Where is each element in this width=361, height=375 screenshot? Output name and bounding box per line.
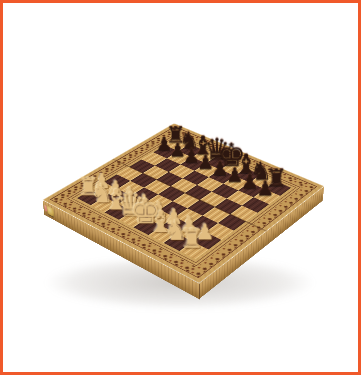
piece-glyph: ♟: [157, 140, 199, 159]
board-square: [181, 157, 206, 171]
piece-glyph: ♟: [143, 134, 184, 153]
board-square: [220, 162, 246, 176]
board-square: [197, 177, 223, 192]
board-square: [169, 164, 195, 178]
board-square: [209, 170, 235, 184]
board-square: [155, 158, 181, 172]
piece-glyph: ♜: [167, 226, 215, 252]
photo-frame: ♜♞♝♛♚♝♞♜♟♟♟♟♟♟♟♟♟♟♟♟♟♟♟♟♜♞♝♛♚♝♞♜: [0, 0, 361, 375]
piece-glyph: ♟: [243, 178, 287, 198]
piece-glyph: ♟: [170, 146, 212, 165]
board-square: [192, 150, 217, 163]
piece-glyph: ♚: [210, 139, 252, 171]
board-square: [129, 160, 155, 174]
board-square: [153, 145, 178, 158]
piece-glyph: ♝: [182, 132, 223, 157]
board-square: [143, 166, 169, 180]
board-square: [167, 151, 192, 164]
board-square: [142, 152, 167, 165]
board-square: [195, 163, 221, 177]
board-square: [171, 178, 197, 193]
piece-glyph: ♝: [224, 150, 267, 176]
piece-glyph: ♜: [155, 124, 196, 146]
board-square: [183, 171, 209, 185]
chess-set: ♜♞♝♛♚♝♞♜♟♟♟♟♟♟♟♟♟♟♟♟♟♟♟♟♜♞♝♛♚♝♞♜: [85, 93, 285, 293]
board-square: [165, 139, 190, 152]
piece-glyph: ♟: [184, 152, 226, 171]
clasp: [47, 206, 54, 218]
piece-glyph: ♟: [198, 158, 241, 178]
piece-glyph: ♛: [196, 135, 238, 165]
board-square: [157, 172, 183, 186]
chess-board: ♜♞♝♛♚♝♞♜♟♟♟♟♟♟♟♟♟♟♟♟♟♟♟♟♜♞♝♛♚♝♞♜: [42, 123, 324, 283]
board-square: [178, 144, 203, 157]
piece-glyph: ♞: [168, 129, 209, 152]
board-square: [206, 156, 231, 170]
